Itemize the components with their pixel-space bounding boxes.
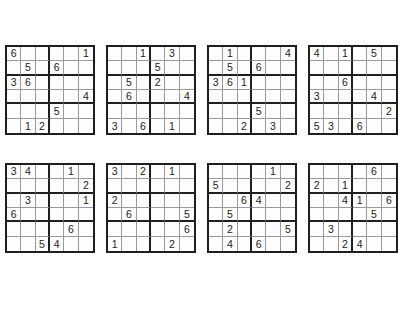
cell-r5c2[interactable] <box>122 222 136 236</box>
cell-r2c5[interactable] <box>64 61 78 75</box>
cell-r4c6[interactable] <box>79 208 93 222</box>
cell-r5c4[interactable] <box>353 104 367 118</box>
cell-r6c3: 2 <box>36 119 50 133</box>
cell-r5c5[interactable] <box>266 222 280 236</box>
cell-r3c2: 3 <box>21 194 35 208</box>
cell-r2c6[interactable] <box>79 61 93 75</box>
cell-r4c2[interactable] <box>223 90 237 104</box>
cell-r5c6[interactable] <box>281 104 295 118</box>
cell-r4c6: 4 <box>79 90 93 104</box>
cell-r3c6[interactable] <box>382 76 396 90</box>
cell-r2c3[interactable] <box>238 61 252 75</box>
cell-r2c6[interactable] <box>180 61 194 75</box>
cell-r1c1[interactable] <box>108 47 122 61</box>
cell-r4c5[interactable] <box>165 208 179 222</box>
cell-r2c5[interactable] <box>367 179 381 193</box>
cell-r5c4[interactable] <box>50 222 64 236</box>
cell-r5c4[interactable] <box>353 222 367 236</box>
cell-r1c5: 1 <box>64 165 78 179</box>
sudoku-board-5: 3412316654 <box>5 163 95 253</box>
cell-r2c2: 5 <box>21 61 35 75</box>
cell-r6c6[interactable] <box>79 237 93 251</box>
cell-r6c5: 3 <box>266 119 280 133</box>
cell-r3c4[interactable] <box>50 76 64 90</box>
cell-r3c1: 2 <box>108 194 122 208</box>
cell-r1c3[interactable] <box>36 47 50 61</box>
cell-r5c2: 3 <box>324 222 338 236</box>
cell-r6c4: 4 <box>353 237 367 251</box>
board-row-bottom: 3412316654 321265612 1526452546 62141653… <box>5 163 398 253</box>
cell-r6c4[interactable] <box>151 237 165 251</box>
cell-r6c4[interactable] <box>151 119 165 133</box>
cell-r4c1[interactable] <box>108 90 122 104</box>
cell-r3c1[interactable] <box>310 194 324 208</box>
cell-r1c1[interactable] <box>310 165 324 179</box>
cell-r1c2[interactable] <box>122 47 136 61</box>
cell-r6c1: 3 <box>108 119 122 133</box>
cell-r1c6[interactable] <box>281 165 295 179</box>
cell-r5c6[interactable] <box>382 222 396 236</box>
cell-r6c2: 3 <box>324 119 338 133</box>
cell-r6c3[interactable] <box>339 119 353 133</box>
cell-r5c4[interactable] <box>151 222 165 236</box>
cell-r3c3: 1 <box>238 76 252 90</box>
cell-r4c4[interactable] <box>252 90 266 104</box>
cell-r6c5[interactable] <box>266 237 280 251</box>
cell-r2c2[interactable] <box>21 179 35 193</box>
cell-r2c4[interactable] <box>151 179 165 193</box>
cell-r4c1[interactable] <box>209 90 223 104</box>
cell-r4c6[interactable] <box>382 90 396 104</box>
cell-r5c1[interactable] <box>209 222 223 236</box>
sudoku-board-7: 1526452546 <box>207 163 297 253</box>
cell-r2c5[interactable] <box>367 61 381 75</box>
cell-r6c4[interactable] <box>252 119 266 133</box>
cell-r1c2[interactable] <box>223 165 237 179</box>
cell-r2c1[interactable] <box>209 61 223 75</box>
cell-r6c5: 1 <box>165 119 179 133</box>
cell-r4c2[interactable] <box>21 208 35 222</box>
cell-r4c3[interactable] <box>238 90 252 104</box>
cell-r1c5: 6 <box>367 165 381 179</box>
cell-r2c3[interactable] <box>238 179 252 193</box>
cell-r1c2[interactable] <box>324 47 338 61</box>
cell-r3c4[interactable] <box>151 194 165 208</box>
cell-r5c4: 5 <box>252 104 266 118</box>
cell-r3c4: 1 <box>353 194 367 208</box>
cell-r2c1: 5 <box>209 179 223 193</box>
cell-r5c6: 2 <box>382 104 396 118</box>
cell-r1c3: 1 <box>339 47 353 61</box>
cell-r2c6[interactable] <box>180 179 194 193</box>
cell-r3c1: 3 <box>7 76 21 90</box>
cell-r1c4[interactable] <box>50 165 64 179</box>
cell-r4c3[interactable] <box>137 90 151 104</box>
cell-r4c1: 6 <box>7 208 21 222</box>
cell-r4c2: 6 <box>122 90 136 104</box>
cell-r5c3[interactable] <box>339 222 353 236</box>
cell-r5c3[interactable] <box>339 104 353 118</box>
cell-r4c6[interactable] <box>281 90 295 104</box>
cell-r1c6[interactable] <box>79 165 93 179</box>
cell-r6c1[interactable] <box>209 119 223 133</box>
cell-r1c4[interactable] <box>151 165 165 179</box>
cell-r5c3[interactable] <box>36 104 50 118</box>
cell-r4c2[interactable] <box>324 208 338 222</box>
cell-r3c2[interactable] <box>122 194 136 208</box>
cell-r1c5[interactable] <box>64 47 78 61</box>
cell-r2c1: 2 <box>310 179 324 193</box>
cell-r4c3[interactable] <box>339 90 353 104</box>
cell-r2c4: 6 <box>252 61 266 75</box>
cell-r5c1[interactable] <box>108 104 122 118</box>
cell-r1c6[interactable] <box>180 165 194 179</box>
cell-r1c1: 6 <box>7 47 21 61</box>
cell-r1c3[interactable] <box>238 47 252 61</box>
cell-r5c1[interactable] <box>209 104 223 118</box>
cell-r3c5[interactable] <box>367 76 381 90</box>
cell-r3c6[interactable] <box>281 76 295 90</box>
cell-r2c2[interactable] <box>324 179 338 193</box>
cell-r3c3[interactable] <box>137 76 151 90</box>
cell-r5c3[interactable] <box>137 222 151 236</box>
cell-r6c6[interactable] <box>382 119 396 133</box>
cell-r6c3: 5 <box>36 237 50 251</box>
cell-r1c4[interactable] <box>252 47 266 61</box>
cell-r1c3[interactable] <box>238 165 252 179</box>
cell-r6c4[interactable] <box>50 119 64 133</box>
cell-r3c6[interactable] <box>180 194 194 208</box>
cell-r3c4: 4 <box>252 194 266 208</box>
cell-r4c4[interactable] <box>50 90 64 104</box>
cell-r4c4[interactable] <box>252 208 266 222</box>
cell-r4c6[interactable] <box>382 208 396 222</box>
cell-r3c6: 6 <box>382 194 396 208</box>
cell-r5c4[interactable] <box>252 222 266 236</box>
cell-r4c5[interactable] <box>64 208 78 222</box>
cell-r3c6[interactable] <box>281 194 295 208</box>
cell-r5c2[interactable] <box>223 104 237 118</box>
cell-r6c3: 2 <box>238 119 252 133</box>
cell-r5c5[interactable] <box>64 104 78 118</box>
cell-r4c2[interactable] <box>324 90 338 104</box>
cell-r4c4[interactable] <box>151 90 165 104</box>
board-row-top: 6156364512 1355264361 1456361523 4156342… <box>5 45 398 135</box>
cell-r4c3[interactable] <box>137 208 151 222</box>
cell-r2c1[interactable] <box>310 61 324 75</box>
cell-r5c5[interactable] <box>165 222 179 236</box>
cell-r1c4[interactable] <box>50 47 64 61</box>
cell-r4c6: 5 <box>180 208 194 222</box>
cell-r1c5: 5 <box>367 47 381 61</box>
cell-r4c3[interactable] <box>36 90 50 104</box>
cell-r3c4[interactable] <box>50 194 64 208</box>
cell-r6c1: 1 <box>108 237 122 251</box>
cell-r3c2: 5 <box>122 76 136 90</box>
sudoku-board-8: 6214165324 <box>308 163 398 253</box>
cell-r3c2: 6 <box>223 76 237 90</box>
cell-r6c2[interactable] <box>122 237 136 251</box>
cell-r6c5[interactable] <box>64 237 78 251</box>
cell-r6c3: 6 <box>137 119 151 133</box>
cell-r3c1[interactable] <box>310 76 324 90</box>
cell-r5c2[interactable] <box>21 222 35 236</box>
cell-r3c1[interactable] <box>108 76 122 90</box>
cell-r6c2[interactable] <box>324 237 338 251</box>
sudoku-board-6: 321265612 <box>106 163 196 253</box>
cell-r4c6[interactable] <box>281 208 295 222</box>
cell-r4c1[interactable] <box>209 208 223 222</box>
cell-r2c5[interactable] <box>165 179 179 193</box>
cell-r6c4: 6 <box>353 119 367 133</box>
cell-r2c4[interactable] <box>353 61 367 75</box>
cell-r2c4[interactable] <box>353 179 367 193</box>
cell-r5c2[interactable] <box>324 104 338 118</box>
cell-r6c3[interactable] <box>137 237 151 251</box>
cell-r1c6: 1 <box>79 47 93 61</box>
cell-r2c3[interactable] <box>137 179 151 193</box>
cell-r3c3[interactable] <box>36 194 50 208</box>
cell-r5c1[interactable] <box>310 104 324 118</box>
cell-r3c2: 6 <box>21 76 35 90</box>
cell-r2c6[interactable] <box>382 61 396 75</box>
cell-r4c6: 4 <box>180 90 194 104</box>
cell-r3c1[interactable] <box>7 194 21 208</box>
cell-r6c4: 6 <box>252 237 266 251</box>
cell-r6c1[interactable] <box>310 237 324 251</box>
cell-r2c5[interactable] <box>165 61 179 75</box>
cell-r4c1[interactable] <box>108 208 122 222</box>
cell-r6c1: 5 <box>310 119 324 133</box>
cell-r6c6[interactable] <box>382 237 396 251</box>
cell-r1c1[interactable] <box>209 165 223 179</box>
cell-r2c3[interactable] <box>36 179 50 193</box>
cell-r3c4[interactable] <box>252 76 266 90</box>
cell-r5c3[interactable] <box>36 222 50 236</box>
cell-r3c5[interactable] <box>165 76 179 90</box>
cell-r1c5: 1 <box>266 165 280 179</box>
cell-r1c2: 4 <box>21 165 35 179</box>
cell-r4c4[interactable] <box>50 208 64 222</box>
cell-r5c4[interactable] <box>151 104 165 118</box>
cell-r2c2[interactable] <box>122 179 136 193</box>
sudoku-board-1: 6156364512 <box>5 45 95 135</box>
cell-r2c1[interactable] <box>108 61 122 75</box>
cell-r1c4[interactable] <box>353 165 367 179</box>
cell-r6c5[interactable] <box>367 119 381 133</box>
cell-r3c3: 6 <box>339 76 353 90</box>
cell-r4c4[interactable] <box>353 90 367 104</box>
cell-r5c5[interactable] <box>367 222 381 236</box>
cell-r2c3[interactable] <box>36 61 50 75</box>
cell-r3c6: 1 <box>79 194 93 208</box>
cell-r1c4[interactable] <box>353 47 367 61</box>
cell-r6c5[interactable] <box>367 237 381 251</box>
cell-r2c6: 2 <box>79 179 93 193</box>
cell-r4c3[interactable] <box>36 208 50 222</box>
cell-r1c4[interactable] <box>252 165 266 179</box>
cell-r2c5[interactable] <box>64 179 78 193</box>
cell-r2c1[interactable] <box>108 179 122 193</box>
cell-r1c2[interactable] <box>21 47 35 61</box>
cell-r1c2[interactable] <box>324 165 338 179</box>
cell-r6c6[interactable] <box>281 119 295 133</box>
cell-r2c6: 2 <box>281 179 295 193</box>
cell-r2c5[interactable] <box>266 61 280 75</box>
cell-r1c6[interactable] <box>180 47 194 61</box>
cell-r3c3: 6 <box>238 194 252 208</box>
cell-r6c1[interactable] <box>209 237 223 251</box>
cell-r1c6[interactable] <box>382 47 396 61</box>
cell-r6c2: 1 <box>21 119 35 133</box>
cell-r1c1: 3 <box>7 165 21 179</box>
cell-r4c3[interactable] <box>339 208 353 222</box>
cell-r6c2[interactable] <box>223 119 237 133</box>
cell-r3c6[interactable] <box>79 76 93 90</box>
cell-r1c2[interactable] <box>122 165 136 179</box>
cell-r3c1: 3 <box>209 76 223 90</box>
cell-r1c4[interactable] <box>151 47 165 61</box>
cell-r5c3[interactable] <box>238 104 252 118</box>
sudoku-board-3: 1456361523 <box>207 45 297 135</box>
cell-r6c5[interactable] <box>64 119 78 133</box>
cell-r1c5[interactable] <box>266 47 280 61</box>
cell-r2c2[interactable] <box>223 179 237 193</box>
cell-r5c6[interactable] <box>180 104 194 118</box>
cell-r5c5[interactable] <box>266 104 280 118</box>
sudoku-board-2: 1355264361 <box>106 45 196 135</box>
cell-r3c2[interactable] <box>324 194 338 208</box>
cell-r1c2: 1 <box>223 47 237 61</box>
cell-r5c1[interactable] <box>310 222 324 236</box>
cell-r2c4: 6 <box>50 61 64 75</box>
cell-r2c4[interactable] <box>50 179 64 193</box>
cell-r2c2[interactable] <box>122 61 136 75</box>
cell-r3c3: 4 <box>339 194 353 208</box>
cell-r1c3[interactable] <box>339 165 353 179</box>
cell-r4c2[interactable] <box>21 90 35 104</box>
puzzle-sheet: 6156364512 1355264361 1456361523 4156342… <box>0 0 400 309</box>
cell-r6c6[interactable] <box>180 119 194 133</box>
cell-r4c5[interactable] <box>266 90 280 104</box>
cell-r6c2: 4 <box>223 237 237 251</box>
cell-r1c5: 3 <box>165 47 179 61</box>
cell-r3c6[interactable] <box>180 76 194 90</box>
cell-r3c5[interactable] <box>64 194 78 208</box>
cell-r3c4[interactable] <box>353 76 367 90</box>
cell-r2c5[interactable] <box>266 179 280 193</box>
cell-r3c2[interactable] <box>324 76 338 90</box>
cell-r1c1: 3 <box>108 165 122 179</box>
cell-r4c3[interactable] <box>238 208 252 222</box>
cell-r6c3: 2 <box>339 237 353 251</box>
cell-r2c4[interactable] <box>252 179 266 193</box>
cell-r6c1[interactable] <box>7 119 21 133</box>
cell-r4c2: 6 <box>122 208 136 222</box>
cell-r4c5[interactable] <box>266 208 280 222</box>
cell-r4c4[interactable] <box>151 208 165 222</box>
cell-r4c1: 3 <box>310 90 324 104</box>
cell-r2c3[interactable] <box>137 61 151 75</box>
cell-r4c5[interactable] <box>64 90 78 104</box>
cell-r3c3[interactable] <box>36 76 50 90</box>
cell-r4c2: 5 <box>223 208 237 222</box>
cell-r6c5: 2 <box>165 237 179 251</box>
cell-r4c1[interactable] <box>7 90 21 104</box>
cell-r3c5[interactable] <box>64 76 78 90</box>
cell-r5c6[interactable] <box>79 104 93 118</box>
sudoku-board-4: 4156342536 <box>308 45 398 135</box>
cell-r5c2[interactable] <box>21 104 35 118</box>
cell-r3c3[interactable] <box>137 194 151 208</box>
cell-r3c2[interactable] <box>223 194 237 208</box>
cell-r4c1[interactable] <box>310 208 324 222</box>
cell-r3c5[interactable] <box>367 194 381 208</box>
cell-r1c6: 4 <box>281 47 295 61</box>
cell-r1c3[interactable] <box>36 165 50 179</box>
cell-r6c4: 4 <box>50 237 64 251</box>
cell-r6c3[interactable] <box>238 237 252 251</box>
cell-r5c2[interactable] <box>122 104 136 118</box>
cell-r2c6[interactable] <box>382 179 396 193</box>
cell-r4c4[interactable] <box>353 208 367 222</box>
cell-r1c6[interactable] <box>382 165 396 179</box>
cell-r2c3: 1 <box>339 179 353 193</box>
cell-r5c1[interactable] <box>108 222 122 236</box>
cell-r5c5: 6 <box>64 222 78 236</box>
cell-r2c2[interactable] <box>324 61 338 75</box>
cell-r1c5: 1 <box>165 165 179 179</box>
cell-r5c1[interactable] <box>7 104 21 118</box>
cell-r1c3: 1 <box>137 47 151 61</box>
cell-r1c1[interactable] <box>209 47 223 61</box>
cell-r3c5[interactable] <box>266 194 280 208</box>
cell-r5c4: 5 <box>50 104 64 118</box>
cell-r5c5[interactable] <box>367 104 381 118</box>
cell-r2c2: 5 <box>223 61 237 75</box>
cell-r3c5[interactable] <box>165 194 179 208</box>
cell-r6c1[interactable] <box>7 237 21 251</box>
cell-r1c3: 2 <box>137 165 151 179</box>
cell-r4c5[interactable] <box>165 90 179 104</box>
cell-r5c2: 2 <box>223 222 237 236</box>
cell-r5c5[interactable] <box>165 104 179 118</box>
cell-r3c1[interactable] <box>209 194 223 208</box>
cell-r4c5: 4 <box>367 90 381 104</box>
cell-r1c1: 4 <box>310 47 324 61</box>
cell-r4c5: 5 <box>367 208 381 222</box>
cell-r5c6: 5 <box>281 222 295 236</box>
cell-r2c1[interactable] <box>7 179 21 193</box>
cell-r5c1[interactable] <box>7 222 21 236</box>
cell-r6c6[interactable] <box>180 237 194 251</box>
cell-r6c2[interactable] <box>122 119 136 133</box>
cell-r6c6[interactable] <box>281 237 295 251</box>
cell-r3c4: 2 <box>151 76 165 90</box>
cell-r2c3[interactable] <box>339 61 353 75</box>
cell-r5c6[interactable] <box>79 222 93 236</box>
cell-r5c6: 6 <box>180 222 194 236</box>
cell-r5c3[interactable] <box>238 222 252 236</box>
cell-r6c2[interactable] <box>21 237 35 251</box>
cell-r2c1[interactable] <box>7 61 21 75</box>
cell-r5c3[interactable] <box>137 104 151 118</box>
cell-r2c6[interactable] <box>281 61 295 75</box>
cell-r3c5[interactable] <box>266 76 280 90</box>
cell-r2c4: 5 <box>151 61 165 75</box>
cell-r6c6[interactable] <box>79 119 93 133</box>
